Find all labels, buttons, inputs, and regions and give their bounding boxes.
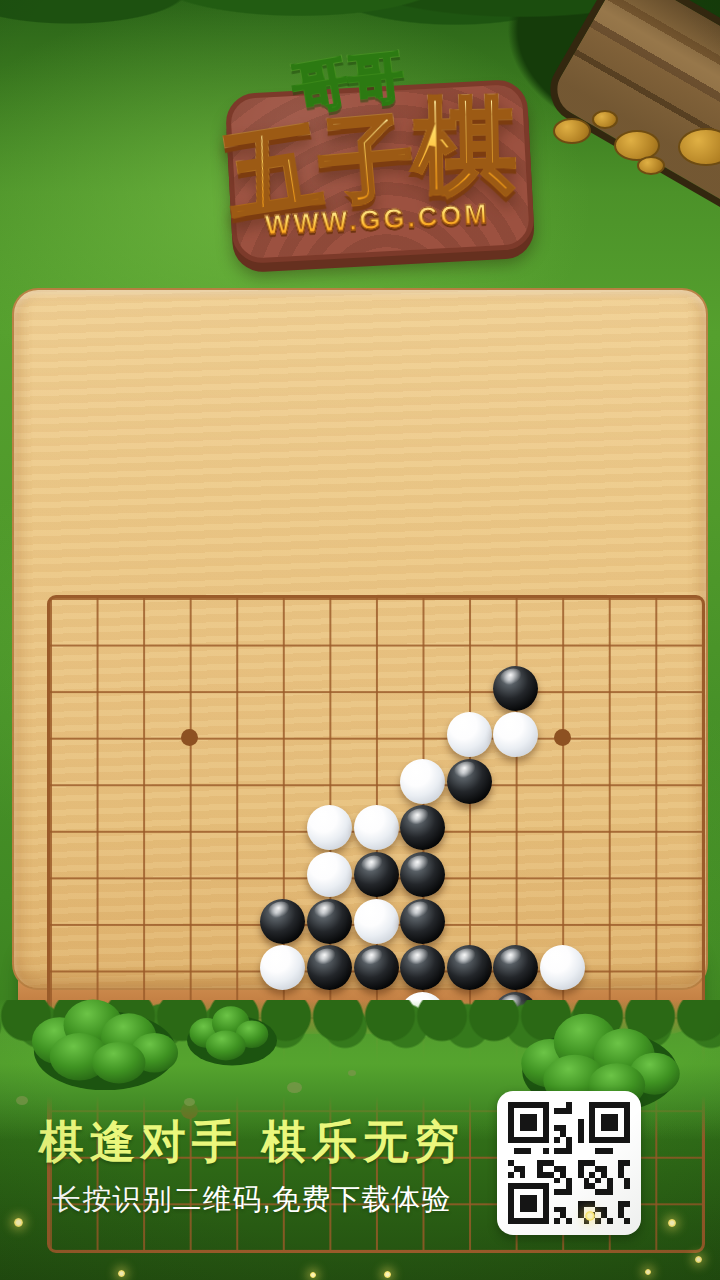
white-stone xyxy=(354,805,399,850)
black-stone xyxy=(260,899,305,944)
black-stone xyxy=(400,899,445,944)
firefly xyxy=(668,1219,676,1227)
white-stone xyxy=(354,899,399,944)
mushroom xyxy=(553,118,591,144)
bush-middle xyxy=(182,1000,282,1066)
pebble xyxy=(287,1082,302,1093)
star-point xyxy=(554,729,571,746)
black-stone xyxy=(400,945,445,990)
footer-subtext: 长按识别二维码,免费下载体验 xyxy=(28,1180,476,1220)
firefly xyxy=(384,1271,391,1278)
game-board xyxy=(12,288,708,990)
logo-top-char-1: 哥 xyxy=(288,53,353,118)
game-logo: 哥哥 五子棋 WWW.GG.COM xyxy=(184,36,555,275)
white-stone xyxy=(540,945,585,990)
black-stone xyxy=(447,759,492,804)
pebble xyxy=(16,1096,28,1105)
black-stone xyxy=(400,852,445,897)
pebble xyxy=(348,1070,356,1076)
footer-headline: 棋逢对手 棋乐无穷 xyxy=(28,1112,476,1172)
black-stone xyxy=(354,945,399,990)
logo-top-char-2: 哥 xyxy=(345,48,407,110)
mushroom xyxy=(592,110,618,129)
logo-top-text: 哥哥 xyxy=(291,49,406,111)
black-stone xyxy=(307,945,352,990)
black-stone xyxy=(307,899,352,944)
white-stone xyxy=(307,805,352,850)
black-stone xyxy=(447,945,492,990)
logo-title: 五子棋 xyxy=(221,95,518,213)
mushroom xyxy=(637,156,665,175)
star-point xyxy=(181,729,198,746)
qr-code[interactable] xyxy=(497,1091,641,1235)
firefly xyxy=(695,1256,702,1263)
firefly xyxy=(14,1218,23,1227)
firefly xyxy=(645,1269,651,1275)
poster: 哥哥 五子棋 WWW.GG.COM xyxy=(0,0,720,1280)
white-stone xyxy=(400,759,445,804)
white-stone xyxy=(260,945,305,990)
qr-grid xyxy=(508,1102,630,1224)
white-stone xyxy=(447,712,492,757)
black-stone xyxy=(493,945,538,990)
firefly xyxy=(310,1272,316,1278)
pebble xyxy=(184,1098,195,1106)
white-stone xyxy=(493,712,538,757)
black-stone xyxy=(354,852,399,897)
white-stone xyxy=(307,852,352,897)
firefly xyxy=(118,1270,125,1277)
black-stone xyxy=(493,666,538,711)
black-stone xyxy=(400,805,445,850)
bush-left xyxy=(26,988,184,1090)
firefly xyxy=(585,1211,595,1221)
